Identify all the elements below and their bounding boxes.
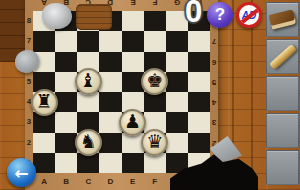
rank-label-5: 5: [25, 72, 33, 92]
inventory-slot-5[interactable]: [266, 150, 299, 185]
black-queen-token-f2[interactable]: ♛: [141, 129, 168, 156]
inventory-slot-3[interactable]: [266, 76, 299, 111]
file-label-b: B: [55, 176, 77, 188]
inventory-slot-2[interactable]: [266, 39, 299, 74]
file-label-d: D: [99, 176, 121, 188]
rank-label-3: 3: [210, 112, 218, 132]
score-counter: 0: [185, 0, 202, 30]
rank-label-7: 7: [25, 31, 33, 51]
help-button[interactable]: ?: [207, 2, 233, 28]
black-queen-icon: ♛: [146, 132, 163, 151]
black-bishop-token-c5[interactable]: ♝: [75, 68, 102, 95]
file-label-f: F: [144, 0, 166, 7]
rank-label-3: 3: [25, 112, 33, 132]
rank-label-2: 2: [25, 133, 33, 153]
rank-label-7: 7: [210, 31, 218, 51]
question-mark-icon: ?: [215, 5, 225, 25]
no-ads-button[interactable]: AD: [236, 2, 262, 28]
black-king-icon: ♚: [146, 71, 163, 90]
black-rook-token-a4[interactable]: ♜: [31, 89, 58, 116]
board-ranks-left: 87654321: [25, 11, 33, 173]
piece-token-layer: ♝♚♜♟♞♛: [33, 11, 210, 173]
black-pawn-token-e3[interactable]: ♟: [119, 109, 146, 136]
puzzle-gap-icon[interactable]: [76, 4, 112, 30]
rank-label-6: 6: [210, 52, 218, 72]
file-label-e: E: [122, 0, 144, 7]
inventory-slot-4[interactable]: [266, 113, 299, 148]
file-label-c: C: [77, 176, 99, 188]
black-pawn-icon: ♟: [124, 112, 141, 131]
black-knight-icon: ♞: [80, 132, 97, 151]
game-screen: ABCDEFGH ABCDEFGH 87654321 87654321 ♝♚♜♟…: [0, 0, 300, 190]
black-king-token-f5[interactable]: ♚: [141, 68, 168, 95]
black-knight-token-c2[interactable]: ♞: [75, 129, 102, 156]
left-arrow-icon: ←: [14, 163, 28, 183]
black-bishop-icon: ♝: [80, 71, 97, 90]
file-label-e: E: [122, 176, 144, 188]
scroll-icon[interactable]: [269, 43, 297, 69]
rank-label-8: 8: [25, 11, 33, 31]
book-icon[interactable]: [269, 9, 297, 30]
file-label-f: F: [144, 176, 166, 188]
wood-plank-seam: [251, 0, 253, 190]
inventory-slot-1[interactable]: [266, 2, 299, 37]
black-rook-icon: ♜: [36, 92, 53, 111]
rank-label-4: 4: [210, 92, 218, 112]
stone-icon[interactable]: [42, 3, 72, 29]
back-button[interactable]: ←: [7, 158, 36, 187]
file-label-a: A: [33, 176, 55, 188]
rank-label-5: 5: [210, 72, 218, 92]
